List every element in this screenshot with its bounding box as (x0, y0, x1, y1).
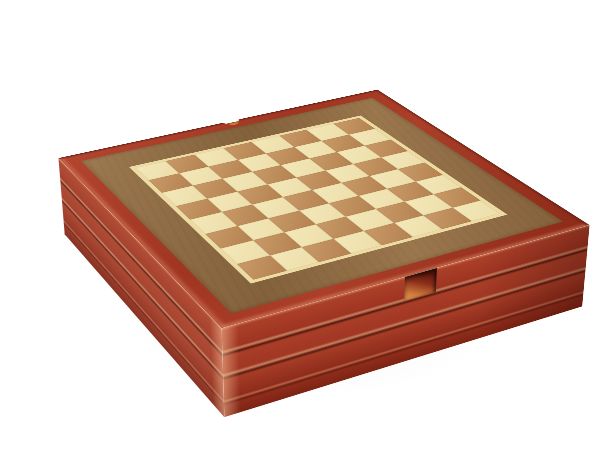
board-square (284, 224, 332, 247)
board-square (423, 208, 471, 230)
board-square (269, 247, 319, 271)
board-square (252, 197, 298, 218)
product-photo-canvas (0, 0, 600, 450)
board-square (268, 211, 315, 233)
board-square (282, 190, 328, 211)
board-square (237, 255, 287, 279)
board-square (394, 215, 443, 237)
board-square (452, 200, 500, 221)
board-square (333, 231, 382, 254)
board-square (221, 205, 268, 226)
board-square (433, 187, 480, 207)
board-square (205, 226, 253, 249)
board-square (299, 203, 346, 224)
board-square (346, 209, 394, 231)
board-square (315, 217, 363, 239)
chess-box (58, 90, 589, 329)
scene (0, 0, 600, 450)
board-square (237, 218, 285, 240)
board-square (329, 196, 376, 217)
board-square (176, 199, 222, 220)
board-square (363, 223, 412, 245)
board-square (301, 239, 350, 262)
board-square (253, 232, 302, 255)
board-square (358, 189, 405, 209)
board-square (221, 240, 270, 264)
board-square (375, 202, 423, 223)
chessboard-grid (135, 118, 500, 280)
board-square (207, 191, 253, 212)
maple-inlay-line (129, 115, 507, 283)
board-square (190, 212, 237, 234)
board-square (405, 194, 452, 215)
